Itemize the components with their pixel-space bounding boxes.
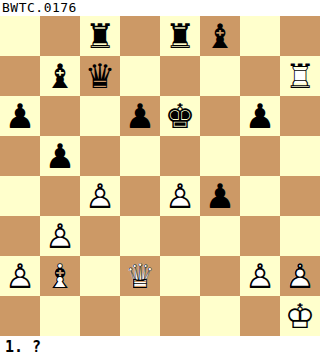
square-d4 (120, 176, 160, 216)
square-b8 (40, 16, 80, 56)
square-d6: ♟ (120, 96, 160, 136)
square-b6 (40, 96, 80, 136)
black-pawn: ♟ (200, 176, 240, 216)
white-rook: ♖ (280, 56, 320, 96)
square-h6 (280, 96, 320, 136)
square-e5 (160, 136, 200, 176)
square-c5 (80, 136, 120, 176)
square-h5 (280, 136, 320, 176)
move-prompt: 1. ? (0, 336, 320, 360)
square-d5 (120, 136, 160, 176)
square-a2: ♟♙ (0, 256, 40, 296)
square-f3 (200, 216, 240, 256)
black-rook: ♜ (80, 16, 120, 56)
square-f5 (200, 136, 240, 176)
white-pawn: ♙ (280, 256, 320, 296)
square-c6 (80, 96, 120, 136)
square-e6: ♚ (160, 96, 200, 136)
square-h4 (280, 176, 320, 216)
square-f1 (200, 296, 240, 336)
square-e4: ♟♙ (160, 176, 200, 216)
square-h8 (280, 16, 320, 56)
square-d8 (120, 16, 160, 56)
square-a6: ♟ (0, 96, 40, 136)
black-rook: ♜ (160, 16, 200, 56)
square-e3 (160, 216, 200, 256)
white-king: ♔ (280, 296, 320, 336)
square-b3: ♟♙ (40, 216, 80, 256)
square-b2: ♝♗ (40, 256, 80, 296)
square-c3 (80, 216, 120, 256)
black-pawn: ♟ (0, 96, 40, 136)
square-c1 (80, 296, 120, 336)
square-b1 (40, 296, 80, 336)
square-f4: ♟ (200, 176, 240, 216)
white-pawn: ♙ (160, 176, 200, 216)
square-c8: ♜ (80, 16, 120, 56)
square-d1 (120, 296, 160, 336)
square-e7 (160, 56, 200, 96)
square-b4 (40, 176, 80, 216)
square-d2: ♛♕ (120, 256, 160, 296)
black-bishop: ♝ (40, 56, 80, 96)
square-e1 (160, 296, 200, 336)
square-b5: ♟ (40, 136, 80, 176)
white-pawn: ♙ (80, 176, 120, 216)
black-pawn: ♟ (40, 136, 80, 176)
square-f2 (200, 256, 240, 296)
square-c4: ♟♙ (80, 176, 120, 216)
square-h2: ♟♙ (280, 256, 320, 296)
square-g4 (240, 176, 280, 216)
square-d7 (120, 56, 160, 96)
white-pawn: ♙ (0, 256, 40, 296)
square-g1 (240, 296, 280, 336)
square-h3 (280, 216, 320, 256)
square-g7 (240, 56, 280, 96)
white-bishop: ♗ (40, 256, 80, 296)
square-a5 (0, 136, 40, 176)
white-queen: ♕ (120, 256, 160, 296)
square-f7 (200, 56, 240, 96)
problem-id: BWTC.0176 (0, 0, 320, 16)
square-a4 (0, 176, 40, 216)
square-g2: ♟♙ (240, 256, 280, 296)
black-pawn: ♟ (120, 96, 160, 136)
black-bishop: ♝ (200, 16, 240, 56)
chess-board: ♜♜♝♝♛♜♖♟♟♚♟♟♟♙♟♙♟♟♙♟♙♝♗♛♕♟♙♟♙♚♔ (0, 16, 320, 336)
square-a7 (0, 56, 40, 96)
square-d3 (120, 216, 160, 256)
square-c7: ♛ (80, 56, 120, 96)
square-g5 (240, 136, 280, 176)
square-a3 (0, 216, 40, 256)
square-h1: ♚♔ (280, 296, 320, 336)
square-b7: ♝ (40, 56, 80, 96)
black-queen: ♛ (80, 56, 120, 96)
square-g6: ♟ (240, 96, 280, 136)
black-pawn: ♟ (240, 96, 280, 136)
square-c2 (80, 256, 120, 296)
white-pawn: ♙ (240, 256, 280, 296)
white-pawn: ♙ (40, 216, 80, 256)
square-e2 (160, 256, 200, 296)
square-h7: ♜♖ (280, 56, 320, 96)
square-a8 (0, 16, 40, 56)
square-g3 (240, 216, 280, 256)
square-a1 (0, 296, 40, 336)
square-g8 (240, 16, 280, 56)
square-e8: ♜ (160, 16, 200, 56)
black-king: ♚ (160, 96, 200, 136)
square-f6 (200, 96, 240, 136)
square-f8: ♝ (200, 16, 240, 56)
chess-problem-diagram: BWTC.0176 ♜♜♝♝♛♜♖♟♟♚♟♟♟♙♟♙♟♟♙♟♙♝♗♛♕♟♙♟♙♚… (0, 0, 320, 360)
